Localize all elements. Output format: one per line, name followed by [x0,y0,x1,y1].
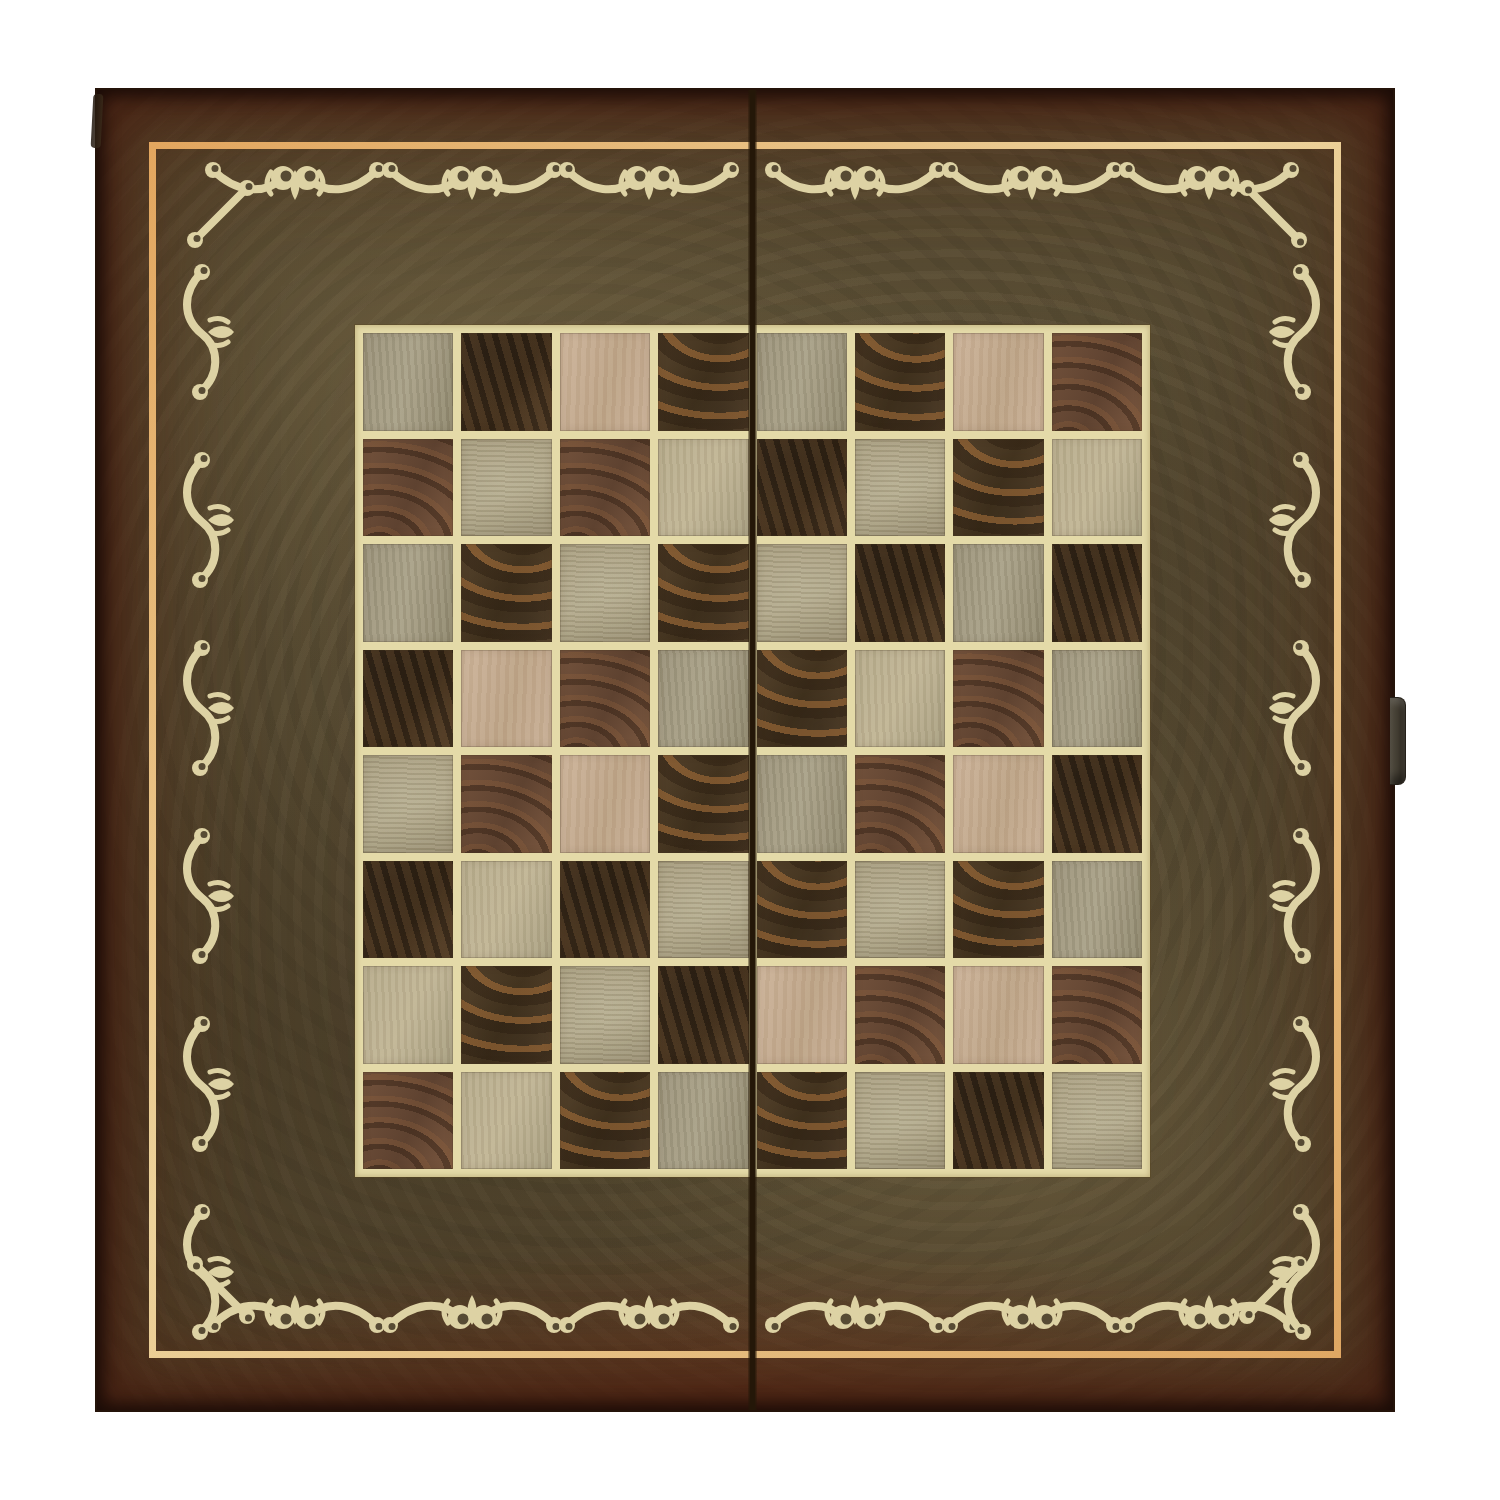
square-e8[interactable] [757,333,847,431]
square-h8[interactable] [1052,333,1142,431]
square-b5[interactable] [461,650,551,748]
square-g6[interactable] [953,544,1043,642]
square-c2[interactable] [560,966,650,1064]
square-c4[interactable] [560,755,650,853]
square-a7[interactable] [363,439,453,537]
square-d2[interactable] [658,966,748,1064]
square-b6[interactable] [461,544,551,642]
square-c8[interactable] [560,333,650,431]
square-c7[interactable] [560,439,650,537]
square-d1[interactable] [658,1072,748,1170]
square-f2[interactable] [855,966,945,1064]
square-f6[interactable] [855,544,945,642]
square-a3[interactable] [363,861,453,959]
page: { "game": "chess", "description": "Overh… [0,0,1500,1500]
square-g5[interactable] [953,650,1043,748]
square-h4[interactable] [1052,755,1142,853]
clasp-latch [1390,697,1406,785]
square-b8[interactable] [461,333,551,431]
square-c3[interactable] [560,861,650,959]
corner-scroll-bottom-left [187,1256,255,1324]
square-b1[interactable] [461,1072,551,1170]
fold-seam [748,90,757,1410]
square-d5[interactable] [658,650,748,748]
square-h7[interactable] [1052,439,1142,537]
square-e2[interactable] [757,966,847,1064]
square-g1[interactable] [953,1072,1043,1170]
left-scroll-band [187,264,234,1340]
square-a1[interactable] [363,1072,453,1170]
square-b2[interactable] [461,966,551,1064]
square-h1[interactable] [1052,1072,1142,1170]
square-c6[interactable] [560,544,650,642]
square-g8[interactable] [953,333,1043,431]
square-b3[interactable] [461,861,551,959]
square-d6[interactable] [658,544,748,642]
square-g3[interactable] [953,861,1043,959]
square-f8[interactable] [855,333,945,431]
corner-scroll-top-left [187,180,255,248]
square-h5[interactable] [1052,650,1142,748]
square-a5[interactable] [363,650,453,748]
square-h6[interactable] [1052,544,1142,642]
square-e4[interactable] [757,755,847,853]
square-a6[interactable] [363,544,453,642]
hinge-mark [91,94,104,148]
right-scroll-band [1269,264,1316,1340]
square-g2[interactable] [953,966,1043,1064]
square-d3[interactable] [658,861,748,959]
square-e3[interactable] [757,861,847,959]
square-h3[interactable] [1052,861,1142,959]
square-d8[interactable] [658,333,748,431]
square-b4[interactable] [461,755,551,853]
square-a4[interactable] [363,755,453,853]
square-g4[interactable] [953,755,1043,853]
square-d4[interactable] [658,755,748,853]
square-e6[interactable] [757,544,847,642]
square-e7[interactable] [757,439,847,537]
game-board [95,88,1395,1412]
square-f4[interactable] [855,755,945,853]
square-c5[interactable] [560,650,650,748]
square-b7[interactable] [461,439,551,537]
square-e5[interactable] [757,650,847,748]
square-f1[interactable] [855,1072,945,1170]
square-h2[interactable] [1052,966,1142,1064]
square-f3[interactable] [855,861,945,959]
corner-scroll-bottom-right [1239,1256,1307,1324]
square-c1[interactable] [560,1072,650,1170]
corner-scroll-top-right [1239,180,1307,248]
square-a2[interactable] [363,966,453,1064]
square-g7[interactable] [953,439,1043,537]
square-f5[interactable] [855,650,945,748]
square-e1[interactable] [757,1072,847,1170]
square-d7[interactable] [658,439,748,537]
square-a8[interactable] [363,333,453,431]
square-f7[interactable] [855,439,945,537]
